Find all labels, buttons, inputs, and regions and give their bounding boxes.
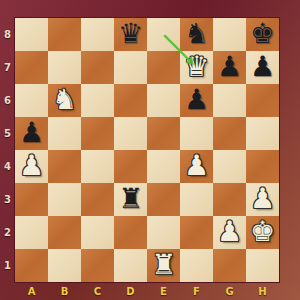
square-g5[interactable] [213,117,246,150]
square-f7[interactable]: ♛ [180,51,213,84]
square-e4[interactable] [147,150,180,183]
square-e3[interactable] [147,183,180,216]
rank-label-4: 4 [0,150,15,183]
piece-white-king[interactable]: ♚ [250,215,275,248]
piece-black-pawn[interactable]: ♟ [250,50,275,83]
square-a5[interactable]: ♟ [15,117,48,150]
square-e7[interactable] [147,51,180,84]
rank-label-6: 6 [0,84,15,117]
square-c2[interactable] [81,216,114,249]
square-a2[interactable] [15,216,48,249]
square-a7[interactable] [15,51,48,84]
piece-white-pawn[interactable]: ♟ [19,149,44,182]
square-b4[interactable] [48,150,81,183]
square-c5[interactable] [81,117,114,150]
square-g8[interactable] [213,18,246,51]
square-b3[interactable] [48,183,81,216]
square-a6[interactable] [15,84,48,117]
square-h1[interactable] [246,249,279,282]
square-h3[interactable]: ♟ [246,183,279,216]
square-e2[interactable] [147,216,180,249]
piece-black-knight[interactable]: ♞ [184,17,209,50]
square-h4[interactable] [246,150,279,183]
square-f8[interactable]: ♞ [180,18,213,51]
square-f5[interactable] [180,117,213,150]
square-c3[interactable] [81,183,114,216]
rank-label-5: 5 [0,117,15,150]
square-h6[interactable] [246,84,279,117]
square-d3[interactable]: ♜ [114,183,147,216]
file-label-H: H [246,283,279,299]
piece-white-pawn[interactable]: ♟ [250,182,275,215]
square-d6[interactable] [114,84,147,117]
file-label-G: G [213,283,246,299]
square-d7[interactable] [114,51,147,84]
square-g4[interactable] [213,150,246,183]
square-b1[interactable] [48,249,81,282]
piece-white-pawn[interactable]: ♟ [184,149,209,182]
file-label-A: A [15,283,48,299]
square-c1[interactable] [81,249,114,282]
square-c8[interactable] [81,18,114,51]
square-f3[interactable] [180,183,213,216]
square-f4[interactable]: ♟ [180,150,213,183]
piece-white-pawn[interactable]: ♟ [217,215,242,248]
piece-black-pawn[interactable]: ♟ [217,50,242,83]
square-f1[interactable] [180,249,213,282]
square-g7[interactable]: ♟ [213,51,246,84]
piece-white-knight[interactable]: ♞ [52,83,77,116]
piece-black-pawn[interactable]: ♟ [184,83,209,116]
square-a3[interactable] [15,183,48,216]
file-label-F: F [180,283,213,299]
square-e6[interactable] [147,84,180,117]
piece-white-queen[interactable]: ♛ [184,50,209,83]
square-h7[interactable]: ♟ [246,51,279,84]
square-f2[interactable] [180,216,213,249]
piece-black-rook[interactable]: ♜ [118,182,143,215]
chess-board-frame: ♛♞♚♛♟♟♞♟♟♟♟♜♟♟♚♜ 87654321 ABCDEFGH [0,0,300,300]
rank-label-2: 2 [0,216,15,249]
square-b7[interactable] [48,51,81,84]
square-a1[interactable] [15,249,48,282]
square-g6[interactable] [213,84,246,117]
square-c6[interactable] [81,84,114,117]
square-a4[interactable]: ♟ [15,150,48,183]
square-h8[interactable]: ♚ [246,18,279,51]
square-b5[interactable] [48,117,81,150]
square-g2[interactable]: ♟ [213,216,246,249]
square-h2[interactable]: ♚ [246,216,279,249]
piece-black-king[interactable]: ♚ [250,17,275,50]
file-label-B: B [48,283,81,299]
square-c4[interactable] [81,150,114,183]
square-e8[interactable] [147,18,180,51]
rank-label-3: 3 [0,183,15,216]
square-e1[interactable]: ♜ [147,249,180,282]
rank-label-7: 7 [0,51,15,84]
square-d2[interactable] [114,216,147,249]
file-label-E: E [147,283,180,299]
square-b6[interactable]: ♞ [48,84,81,117]
square-h5[interactable] [246,117,279,150]
chess-board: ♛♞♚♛♟♟♞♟♟♟♟♜♟♟♚♜ [15,18,279,282]
piece-black-pawn[interactable]: ♟ [19,116,44,149]
rank-label-8: 8 [0,18,15,51]
square-a8[interactable] [15,18,48,51]
square-d4[interactable] [114,150,147,183]
square-g3[interactable] [213,183,246,216]
square-c7[interactable] [81,51,114,84]
square-f6[interactable]: ♟ [180,84,213,117]
square-g1[interactable] [213,249,246,282]
square-d1[interactable] [114,249,147,282]
piece-white-rook[interactable]: ♜ [151,248,176,281]
square-d5[interactable] [114,117,147,150]
piece-black-queen[interactable]: ♛ [118,17,143,50]
file-label-C: C [81,283,114,299]
square-b8[interactable] [48,18,81,51]
square-e5[interactable] [147,117,180,150]
square-b2[interactable] [48,216,81,249]
square-d8[interactable]: ♛ [114,18,147,51]
rank-label-1: 1 [0,249,15,282]
file-label-D: D [114,283,147,299]
